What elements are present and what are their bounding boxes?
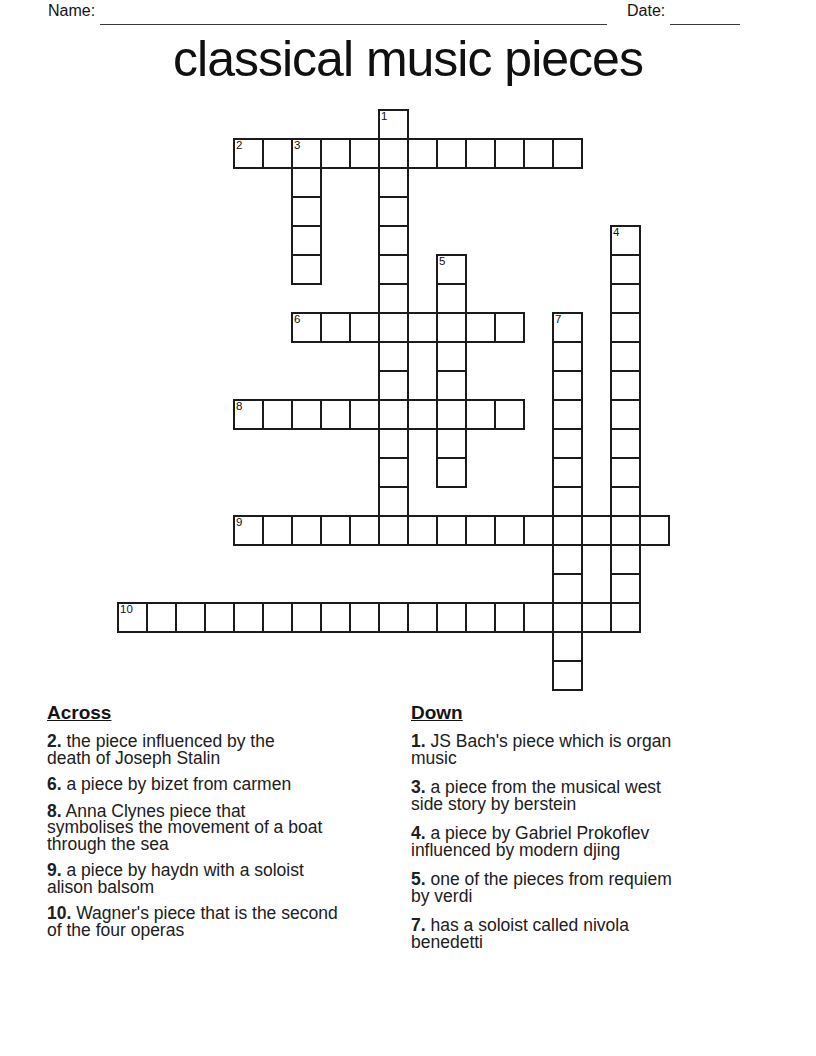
- across-heading: Across: [47, 702, 397, 724]
- clue-down-1-line-1: music: [411, 750, 781, 767]
- cell-r17-c0[interactable]: 10: [118, 603, 147, 632]
- cell-r14-c12[interactable]: [466, 516, 495, 545]
- cell-number: 6: [294, 313, 300, 326]
- cell-r10-c10[interactable]: [408, 400, 437, 429]
- cell-r11-c11[interactable]: [437, 429, 466, 458]
- cell-r4-c6[interactable]: [292, 226, 321, 255]
- cell-r10-c12[interactable]: [466, 400, 495, 429]
- date-label: Date:: [627, 2, 665, 20]
- across-clues-column: Across 2. the piece influenced by thedea…: [47, 702, 397, 948]
- cell-r17-c9[interactable]: [379, 603, 408, 632]
- cell-number: 3: [294, 139, 300, 152]
- cell-r14-c17[interactable]: [611, 516, 640, 545]
- cell-r1-c6[interactable]: 3: [292, 139, 321, 168]
- cell-r1-c12[interactable]: [466, 139, 495, 168]
- cell-r16-c15[interactable]: [553, 574, 582, 603]
- worksheet-page: Name: Date: classical music pieces 12345…: [0, 0, 816, 1056]
- cell-r14-c7[interactable]: [321, 516, 350, 545]
- cell-r8-c17[interactable]: [611, 342, 640, 371]
- name-label: Name:: [48, 2, 95, 20]
- cell-r3-c6[interactable]: [292, 197, 321, 226]
- cell-r17-c6[interactable]: [292, 603, 321, 632]
- cell-r1-c14[interactable]: [524, 139, 553, 168]
- cell-r5-c6[interactable]: [292, 255, 321, 284]
- name-fill-line[interactable]: [100, 9, 607, 25]
- cell-r14-c18[interactable]: [640, 516, 669, 545]
- page-title: classical music pieces: [0, 28, 816, 90]
- cell-r6-c9[interactable]: [379, 284, 408, 313]
- clue-across-8-line-2: through the sea: [47, 836, 397, 853]
- cell-r10-c13[interactable]: [495, 400, 524, 429]
- cell-r15-c15[interactable]: [553, 545, 582, 574]
- cell-r13-c15[interactable]: [553, 487, 582, 516]
- cell-r17-c10[interactable]: [408, 603, 437, 632]
- clue-down-4: 4. a piece by Gabriel Prokoflevinfluence…: [411, 825, 781, 858]
- cell-r10-c11[interactable]: [437, 400, 466, 429]
- cell-r12-c11[interactable]: [437, 458, 466, 487]
- cell-r11-c17[interactable]: [611, 429, 640, 458]
- cell-r1-c7[interactable]: [321, 139, 350, 168]
- clue-down-7: 7. has a soloist called nivolabenedetti: [411, 917, 781, 950]
- cell-number: 5: [439, 255, 445, 268]
- down-heading: Down: [411, 702, 781, 724]
- cell-r17-c2[interactable]: [176, 603, 205, 632]
- cell-r13-c9[interactable]: [379, 487, 408, 516]
- cell-r17-c8[interactable]: [350, 603, 379, 632]
- cell-r10-c6[interactable]: [292, 400, 321, 429]
- cell-r1-c15[interactable]: [553, 139, 582, 168]
- cell-r1-c4[interactable]: 2: [234, 139, 263, 168]
- clue-across-2: 2. the piece influenced by thedeath of J…: [47, 733, 397, 766]
- cell-r6-c11[interactable]: [437, 284, 466, 313]
- clue-down-3: 3. a piece from the musical westside sto…: [411, 779, 781, 812]
- cell-r10-c8[interactable]: [350, 400, 379, 429]
- clue-down-5: 5. one of the pieces from requiemby verd…: [411, 871, 781, 904]
- cell-r7-c8[interactable]: [350, 313, 379, 342]
- cell-number: 2: [236, 139, 242, 152]
- clue-down-7-line-1: benedetti: [411, 934, 781, 951]
- cell-r0-c9[interactable]: 1: [379, 110, 408, 139]
- clue-across-10-line-1: of the four operas: [47, 922, 397, 939]
- cell-r17-c11[interactable]: [437, 603, 466, 632]
- cell-r4-c9[interactable]: [379, 226, 408, 255]
- clue-down-3-line-1: side story by berstein: [411, 796, 781, 813]
- cell-r17-c16[interactable]: [582, 603, 611, 632]
- cell-r7-c6[interactable]: 6: [292, 313, 321, 342]
- cell-r10-c4[interactable]: 8: [234, 400, 263, 429]
- clue-across-9: 9. a piece by haydn with a soloistalison…: [47, 862, 397, 895]
- cell-r16-c17[interactable]: [611, 574, 640, 603]
- cell-r10-c9[interactable]: [379, 400, 408, 429]
- cell-r2-c9[interactable]: [379, 168, 408, 197]
- down-clues-column: Down 1. JS Bach's piece which is organmu…: [411, 702, 781, 963]
- clue-across-9-line-1: alison balsom: [47, 879, 397, 896]
- cell-r14-c10[interactable]: [408, 516, 437, 545]
- cell-r14-c4[interactable]: 9: [234, 516, 263, 545]
- cell-r17-c3[interactable]: [205, 603, 234, 632]
- cell-r9-c9[interactable]: [379, 371, 408, 400]
- cell-r1-c10[interactable]: [408, 139, 437, 168]
- cell-r7-c12[interactable]: [466, 313, 495, 342]
- cell-r8-c11[interactable]: [437, 342, 466, 371]
- cell-r6-c17[interactable]: [611, 284, 640, 313]
- cell-r5-c11[interactable]: 5: [437, 255, 466, 284]
- cell-r7-c9[interactable]: [379, 313, 408, 342]
- date-fill-line[interactable]: [670, 9, 740, 25]
- clue-down-1-line-0: 1. JS Bach's piece which is organ: [411, 733, 781, 750]
- cell-r10-c15[interactable]: [553, 400, 582, 429]
- cell-r5-c9[interactable]: [379, 255, 408, 284]
- cell-r17-c5[interactable]: [263, 603, 292, 632]
- cell-r5-c17[interactable]: [611, 255, 640, 284]
- cell-number: 4: [613, 226, 619, 239]
- cell-r10-c7[interactable]: [321, 400, 350, 429]
- cell-r17-c1[interactable]: [147, 603, 176, 632]
- cell-r14-c6[interactable]: [292, 516, 321, 545]
- cell-r10-c17[interactable]: [611, 400, 640, 429]
- cell-number: 7: [555, 313, 561, 326]
- clue-down-4-line-1: influenced by modern djing: [411, 842, 781, 859]
- cell-r12-c9[interactable]: [379, 458, 408, 487]
- cell-r17-c17[interactable]: [611, 603, 640, 632]
- cell-r14-c8[interactable]: [350, 516, 379, 545]
- cell-r7-c10[interactable]: [408, 313, 437, 342]
- cell-number: 8: [236, 400, 242, 413]
- cell-r3-c9[interactable]: [379, 197, 408, 226]
- cell-r4-c17[interactable]: 4: [611, 226, 640, 255]
- cell-r12-c15[interactable]: [553, 458, 582, 487]
- cell-r7-c13[interactable]: [495, 313, 524, 342]
- cell-r17-c12[interactable]: [466, 603, 495, 632]
- cell-r7-c17[interactable]: [611, 313, 640, 342]
- cell-r14-c15[interactable]: [553, 516, 582, 545]
- cell-r14-c9[interactable]: [379, 516, 408, 545]
- cell-r14-c5[interactable]: [263, 516, 292, 545]
- cell-r7-c7[interactable]: [321, 313, 350, 342]
- cell-r11-c15[interactable]: [553, 429, 582, 458]
- cell-r11-c9[interactable]: [379, 429, 408, 458]
- cell-r8-c9[interactable]: [379, 342, 408, 371]
- cell-r12-c17[interactable]: [611, 458, 640, 487]
- cell-r13-c17[interactable]: [611, 487, 640, 516]
- clue-number: 6.: [47, 774, 62, 794]
- cell-number: 10: [120, 603, 133, 616]
- cell-r2-c6[interactable]: [292, 168, 321, 197]
- clue-across-6-line-0: 6. a piece by bizet from carmen: [47, 776, 397, 793]
- cell-r9-c11[interactable]: [437, 371, 466, 400]
- clue-across-8: 8. Anna Clynes piece thatsymbolises the …: [47, 803, 397, 853]
- cell-r1-c5[interactable]: [263, 139, 292, 168]
- cell-r10-c5[interactable]: [263, 400, 292, 429]
- cell-r17-c14[interactable]: [524, 603, 553, 632]
- cell-r17-c13[interactable]: [495, 603, 524, 632]
- cell-r1-c9[interactable]: [379, 139, 408, 168]
- clue-down-1: 1. JS Bach's piece which is organmusic: [411, 733, 781, 766]
- cell-r8-c15[interactable]: [553, 342, 582, 371]
- cell-r9-c17[interactable]: [611, 371, 640, 400]
- clue-across-6: 6. a piece by bizet from carmen: [47, 776, 397, 793]
- cell-r14-c14[interactable]: [524, 516, 553, 545]
- cell-r14-c16[interactable]: [582, 516, 611, 545]
- cell-r9-c15[interactable]: [553, 371, 582, 400]
- cell-r18-c15[interactable]: [553, 632, 582, 661]
- clue-across-10: 10. Wagner's piece that is the secondof …: [47, 905, 397, 938]
- cell-r1-c13[interactable]: [495, 139, 524, 168]
- cell-r15-c17[interactable]: [611, 545, 640, 574]
- cell-number: 9: [236, 516, 242, 529]
- cell-r7-c11[interactable]: [437, 313, 466, 342]
- down-clue-list: 1. JS Bach's piece which is organmusic3.…: [411, 733, 781, 950]
- cell-r17-c4[interactable]: [234, 603, 263, 632]
- cell-r1-c8[interactable]: [350, 139, 379, 168]
- cell-r17-c7[interactable]: [321, 603, 350, 632]
- clue-down-5-line-1: by verdi: [411, 888, 781, 905]
- cell-r14-c13[interactable]: [495, 516, 524, 545]
- crossword-grid: 12345678910: [118, 110, 669, 690]
- cell-r1-c11[interactable]: [437, 139, 466, 168]
- cell-r7-c15[interactable]: 7: [553, 313, 582, 342]
- cell-r14-c11[interactable]: [437, 516, 466, 545]
- clue-across-2-line-1: death of Joseph Stalin: [47, 750, 397, 767]
- cell-r17-c15[interactable]: [553, 603, 582, 632]
- across-clue-list: 2. the piece influenced by thedeath of J…: [47, 733, 397, 938]
- cell-r19-c15[interactable]: [553, 661, 582, 690]
- cell-number: 1: [381, 110, 387, 123]
